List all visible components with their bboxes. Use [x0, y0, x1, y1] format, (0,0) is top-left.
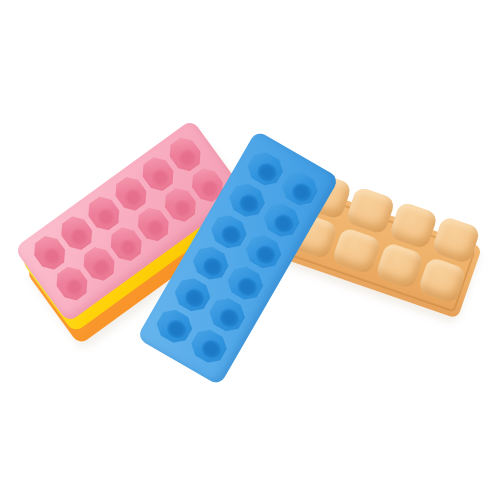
- ice-cavity-floor: [171, 140, 201, 171]
- ice-cavity: [51, 262, 93, 305]
- ice-cavity-floor: [90, 199, 120, 230]
- ice-cavity: [110, 172, 152, 215]
- ice-cavity: [105, 222, 147, 265]
- ice-cavity: [164, 133, 206, 176]
- ice-cavity: [207, 210, 252, 253]
- ice-cavity: [243, 147, 288, 190]
- ice-bump: [417, 256, 467, 305]
- ice-cavity: [188, 242, 233, 285]
- ice-cavity-floor: [196, 248, 229, 281]
- ice-bump: [431, 216, 481, 265]
- ice-cavity-floor: [117, 179, 147, 210]
- ice-cavity-floor: [85, 249, 115, 280]
- ice-cavity-floor: [36, 238, 66, 269]
- ice-cavity: [28, 231, 70, 274]
- ice-cavity: [83, 192, 125, 235]
- ice-cavity-floor: [212, 299, 245, 332]
- ice-cavity-floor: [112, 230, 142, 261]
- ice-cavity-floor: [58, 269, 88, 300]
- ice-cavity: [159, 183, 201, 226]
- ice-cavity: [78, 242, 120, 285]
- ice-cavity: [225, 179, 270, 222]
- ice-cavity-floor: [285, 173, 318, 206]
- ice-bump: [345, 186, 395, 235]
- ice-cavity-floor: [140, 210, 170, 241]
- ice-cavity-floor: [63, 219, 93, 250]
- ice-cavity: [187, 325, 232, 368]
- ice-cavity-floor: [232, 185, 265, 218]
- ice-cavity: [137, 152, 179, 195]
- ice-cavity: [170, 273, 215, 316]
- ice-cavity: [205, 293, 250, 336]
- ice-cavity: [259, 199, 304, 242]
- ice-cavity-floor: [214, 216, 247, 249]
- ice-cavity-floor: [159, 311, 192, 344]
- ice-bump: [388, 201, 438, 250]
- ice-cavity-floor: [194, 331, 227, 364]
- ice-bump: [331, 226, 381, 275]
- ice-cavity: [241, 230, 286, 273]
- ice-cavity-floor: [177, 279, 210, 312]
- ice-bump: [374, 241, 424, 290]
- ice-cavity: [132, 203, 174, 246]
- product-photo-stage: [0, 0, 500, 500]
- ice-cavity-floor: [230, 268, 263, 301]
- ice-cavity-floor: [167, 190, 197, 221]
- ice-cavity: [152, 305, 197, 348]
- ice-cavity-floor: [266, 205, 299, 238]
- ice-cavity: [55, 211, 97, 254]
- ice-cavity: [278, 167, 323, 210]
- ice-cavity: [223, 262, 268, 305]
- ice-cavity-floor: [248, 236, 281, 269]
- ice-cavity-floor: [144, 160, 174, 191]
- ice-cavity-floor: [250, 153, 283, 186]
